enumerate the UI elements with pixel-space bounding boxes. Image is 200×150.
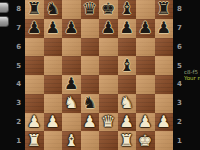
square-g5[interactable] (136, 56, 155, 75)
square-b8[interactable]: ♞ (44, 0, 63, 19)
square-f5[interactable]: ♝ (118, 56, 137, 75)
square-h8[interactable]: ♜ (155, 0, 174, 19)
white-rook-piece[interactable]: ♜ (27, 132, 41, 150)
white-pawn-piece[interactable]: ♟ (120, 113, 134, 131)
white-knight-piece[interactable]: ♞ (120, 94, 134, 112)
square-c2[interactable] (62, 113, 81, 132)
black-bishop-piece[interactable]: ♝ (120, 57, 134, 75)
rank-label-5: 5 (0, 56, 23, 75)
black-rook-piece[interactable]: ♜ (157, 0, 171, 18)
square-b4[interactable] (44, 75, 63, 94)
rank-label-8: 8 (173, 0, 185, 19)
square-b3[interactable] (44, 94, 63, 113)
white-bishop-piece[interactable]: ♝ (64, 132, 78, 150)
white-pawn-piece[interactable]: ♟ (27, 113, 41, 131)
square-e6[interactable] (99, 38, 118, 57)
white-pawn-piece[interactable]: ♟ (46, 113, 60, 131)
square-c3[interactable]: ♞ (62, 94, 81, 113)
square-b2[interactable]: ♟ (44, 113, 63, 132)
square-d7[interactable] (81, 19, 100, 38)
black-pawn-piece[interactable]: ♟ (27, 19, 41, 37)
black-bishop-piece[interactable]: ♝ (120, 0, 134, 18)
turn-indicator-text: Your m (184, 75, 200, 81)
square-c8[interactable] (62, 0, 81, 19)
white-pawn-piece[interactable]: ♟ (157, 113, 171, 131)
square-h1[interactable] (155, 131, 174, 150)
rank-label-6: 6 (0, 38, 23, 57)
black-pawn-piece[interactable]: ♟ (64, 75, 78, 93)
square-h3[interactable] (155, 94, 174, 113)
square-c7[interactable]: ♟ (62, 19, 81, 38)
square-f4[interactable] (118, 75, 137, 94)
square-e5[interactable] (99, 56, 118, 75)
square-h4[interactable] (155, 75, 174, 94)
square-c4[interactable]: ♟ (62, 75, 81, 94)
rank-label-1: 1 (0, 131, 23, 150)
black-pawn-piece[interactable]: ♟ (46, 19, 60, 37)
square-f1[interactable]: ♜ (118, 131, 137, 150)
rank-label-2: 2 (0, 113, 23, 132)
square-b6[interactable] (44, 38, 63, 57)
square-e7[interactable]: ♟ (99, 19, 118, 38)
status-panel: c8-f5 Your m (184, 69, 200, 81)
square-f8[interactable]: ♝ (118, 0, 137, 19)
square-g1[interactable]: ♚ (136, 131, 155, 150)
square-d3[interactable]: ♞ (81, 94, 100, 113)
black-rook-piece[interactable]: ♜ (27, 0, 41, 18)
square-g7[interactable]: ♟ (136, 19, 155, 38)
square-a2[interactable]: ♟ (25, 113, 44, 132)
chess-app-window: 87654321 ♜♞♛♚♝♜♟♟♟♟♟♟♟♝♟♞♞♞♟♟♟♛♟♟♟♜♝♜♚ 8… (0, 0, 200, 150)
rank-label-4: 4 (0, 75, 23, 94)
square-f3[interactable]: ♞ (118, 94, 137, 113)
white-knight-piece[interactable]: ♞ (64, 94, 78, 112)
square-h7[interactable]: ♟ (155, 19, 174, 38)
square-f7[interactable]: ♟ (118, 19, 137, 38)
black-pawn-piece[interactable]: ♟ (64, 19, 78, 37)
square-b5[interactable] (44, 56, 63, 75)
square-d1[interactable] (81, 131, 100, 150)
square-d6[interactable] (81, 38, 100, 57)
black-knight-piece[interactable]: ♞ (83, 94, 97, 112)
rank-label-2: 2 (173, 113, 185, 132)
square-g3[interactable] (136, 94, 155, 113)
rank-label-3: 3 (173, 94, 185, 113)
rank-label-7: 7 (0, 19, 23, 38)
square-e2[interactable]: ♛ (99, 113, 118, 132)
square-g8[interactable] (136, 0, 155, 19)
white-pawn-piece[interactable]: ♟ (138, 113, 152, 131)
square-h5[interactable] (155, 56, 174, 75)
square-d4[interactable] (81, 75, 100, 94)
square-e8[interactable]: ♚ (99, 0, 118, 19)
black-queen-piece[interactable]: ♛ (83, 0, 97, 18)
white-king-piece[interactable]: ♚ (138, 132, 152, 150)
square-e4[interactable] (99, 75, 118, 94)
rank-label-3: 3 (0, 94, 23, 113)
black-knight-piece[interactable]: ♞ (46, 0, 60, 18)
square-e1[interactable] (99, 131, 118, 150)
square-c1[interactable]: ♝ (62, 131, 81, 150)
square-b1[interactable] (44, 131, 63, 150)
square-g4[interactable] (136, 75, 155, 94)
square-g2[interactable]: ♟ (136, 113, 155, 132)
rank-label-6: 6 (173, 38, 185, 57)
square-a1[interactable]: ♜ (25, 131, 44, 150)
square-d5[interactable] (81, 56, 100, 75)
square-d2[interactable]: ♟ (81, 113, 100, 132)
square-c6[interactable] (62, 38, 81, 57)
square-a3[interactable] (25, 94, 44, 113)
white-rook-piece[interactable]: ♜ (120, 132, 134, 150)
square-f2[interactable]: ♟ (118, 113, 137, 132)
black-pawn-piece[interactable]: ♟ (138, 19, 152, 37)
square-a7[interactable]: ♟ (25, 19, 44, 38)
square-h6[interactable] (155, 38, 174, 57)
rank-label-7: 7 (173, 19, 185, 38)
black-pawn-piece[interactable]: ♟ (120, 19, 134, 37)
black-pawn-piece[interactable]: ♟ (101, 19, 115, 37)
square-a4[interactable] (25, 75, 44, 94)
square-h2[interactable]: ♟ (155, 113, 174, 132)
chess-board: ♜♞♛♚♝♜♟♟♟♟♟♟♟♝♟♞♞♞♟♟♟♛♟♟♟♜♝♜♚ (25, 0, 173, 150)
black-pawn-piece[interactable]: ♟ (157, 19, 171, 37)
square-f6[interactable] (118, 38, 137, 57)
square-b7[interactable]: ♟ (44, 19, 63, 38)
square-e3[interactable] (99, 94, 118, 113)
square-c5[interactable] (62, 56, 81, 75)
rank-label-1: 1 (173, 131, 185, 150)
black-king-piece[interactable]: ♚ (101, 0, 115, 18)
square-d8[interactable]: ♛ (81, 0, 100, 19)
rank-labels-left: 87654321 (0, 0, 23, 150)
square-a6[interactable] (25, 38, 44, 57)
square-a8[interactable]: ♜ (25, 0, 44, 19)
white-pawn-piece[interactable]: ♟ (83, 113, 97, 131)
rank-label-8: 8 (0, 0, 23, 19)
white-queen-piece[interactable]: ♛ (101, 113, 115, 131)
square-a5[interactable] (25, 56, 44, 75)
square-g6[interactable] (136, 38, 155, 57)
